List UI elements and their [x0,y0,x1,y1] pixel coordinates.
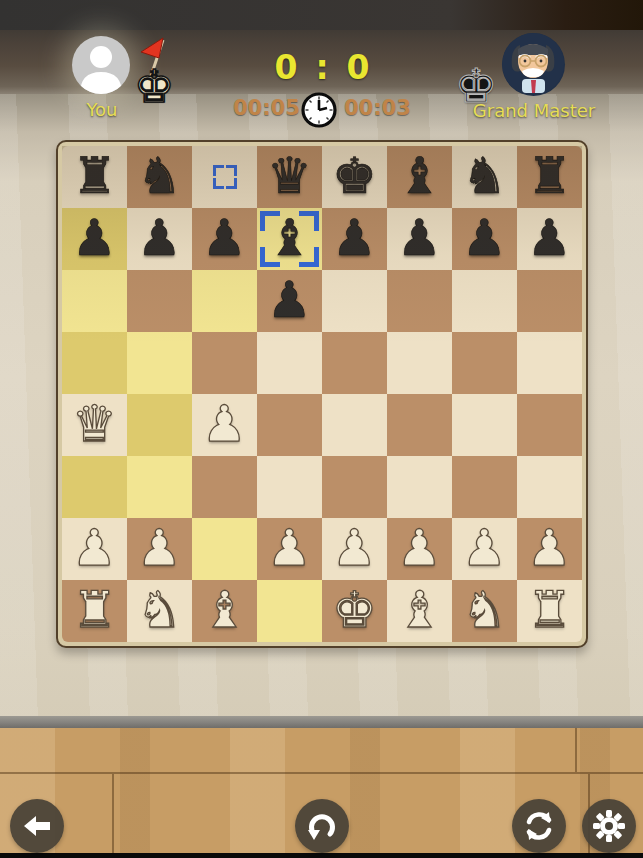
bracket-corner [226,178,237,189]
square-d7[interactable]: ♝ [257,208,322,270]
square-b3[interactable] [127,456,192,518]
score-black: 0 [347,48,370,87]
square-d5[interactable] [257,332,322,394]
back-button[interactable] [10,799,64,853]
black-pawn[interactable]: ♟ [387,208,452,270]
square-b4[interactable] [127,394,192,456]
analog-clock-icon [301,92,337,132]
black-pawn[interactable]: ♟ [517,208,582,270]
square-e5[interactable] [322,332,387,394]
gear-icon [592,809,626,843]
undo-button[interactable] [295,799,349,853]
square-e7[interactable]: ♟ [322,208,387,270]
black-pawn[interactable]: ♟ [452,208,517,270]
floor-plank-seam [0,772,643,774]
square-e6[interactable] [322,270,387,332]
square-d8[interactable]: ♛ [257,146,322,208]
undo-icon [306,810,338,842]
square-g4[interactable] [452,394,517,456]
square-f2[interactable]: ♟ [387,518,452,580]
black-pawn[interactable]: ♟ [127,208,192,270]
square-c5[interactable] [192,332,257,394]
white-king[interactable]: ♚ [322,580,387,642]
white-pawn[interactable]: ♟ [127,518,192,580]
square-e8[interactable]: ♚ [322,146,387,208]
bracket-corner [213,165,224,176]
old-man-cartoon-icon [502,33,565,96]
player-name-black: Grand Master [446,100,622,121]
square-f7[interactable]: ♟ [387,208,452,270]
square-h7[interactable]: ♟ [517,208,582,270]
bracket-corner [226,165,237,176]
white-pawn[interactable]: ♟ [322,518,387,580]
square-h5[interactable] [517,332,582,394]
square-e4[interactable] [322,394,387,456]
square-e2[interactable]: ♟ [322,518,387,580]
score-display: 0:0 [238,48,406,87]
square-h8[interactable]: ♜ [517,146,582,208]
avatar-grand-master [502,33,565,96]
square-a8[interactable]: ♜ [62,146,127,208]
clock-black: 00:03 [344,96,410,120]
white-pawn[interactable]: ♟ [452,518,517,580]
square-d1[interactable] [257,580,322,642]
square-a4[interactable]: ♛ [62,394,127,456]
black-rook[interactable]: ♜ [517,146,582,208]
white-bishop[interactable]: ♝ [387,580,452,642]
square-h3[interactable] [517,456,582,518]
black-bishop[interactable]: ♝ [387,146,452,208]
floor-plank-seam [112,774,114,855]
score-separator: : [315,48,328,87]
square-h2[interactable]: ♟ [517,518,582,580]
square-g5[interactable] [452,332,517,394]
square-c8[interactable] [192,146,257,208]
square-c6[interactable] [192,270,257,332]
square-g8[interactable]: ♞ [452,146,517,208]
square-c3[interactable] [192,456,257,518]
white-rook[interactable]: ♜ [517,580,582,642]
white-pawn[interactable]: ♟ [517,518,582,580]
square-d6[interactable]: ♟ [257,270,322,332]
square-d3[interactable] [257,456,322,518]
square-b5[interactable] [127,332,192,394]
square-a3[interactable] [62,456,127,518]
square-f5[interactable] [387,332,452,394]
square-b7[interactable]: ♟ [127,208,192,270]
black-knight[interactable]: ♞ [452,146,517,208]
chess-app-screen: ♚ You 0:0 00:05 00:03 ♚ [0,0,643,858]
square-d4[interactable] [257,394,322,456]
rotate-icon [523,810,555,842]
chess-board: ♜♞♛♚♝♞♜♟♟♟♝♟♟♟♟♟♛♟♟♟♟♟♟♟♟♜♞♝♚♝♞♜ [56,140,588,648]
square-g2[interactable]: ♟ [452,518,517,580]
square-g7[interactable]: ♟ [452,208,517,270]
white-bishop[interactable]: ♝ [192,580,257,642]
black-knight[interactable]: ♞ [127,146,192,208]
square-a5[interactable] [62,332,127,394]
move-from-marker [213,165,237,189]
square-g1[interactable]: ♞ [452,580,517,642]
white-knight[interactable]: ♞ [127,580,192,642]
square-f6[interactable] [387,270,452,332]
black-pawn[interactable]: ♟ [62,208,127,270]
bottom-black-bar [0,853,643,858]
square-e3[interactable] [322,456,387,518]
background-wall-top [0,0,643,30]
white-queen[interactable]: ♛ [62,394,127,456]
score-white: 0 [274,48,297,87]
black-pawn[interactable]: ♟ [192,208,257,270]
square-a2[interactable]: ♟ [62,518,127,580]
black-pawn[interactable]: ♟ [257,270,322,332]
square-g6[interactable] [452,270,517,332]
square-f3[interactable] [387,456,452,518]
white-pawn[interactable]: ♟ [387,518,452,580]
square-f1[interactable]: ♝ [387,580,452,642]
table-edge [0,716,643,728]
black-queen[interactable]: ♛ [257,146,322,208]
person-silhouette-icon [72,36,130,94]
square-c7[interactable]: ♟ [192,208,257,270]
floor-plank-seam [575,728,577,772]
square-a7[interactable]: ♟ [62,208,127,270]
square-h4[interactable] [517,394,582,456]
square-a1[interactable]: ♜ [62,580,127,642]
square-c1[interactable]: ♝ [192,580,257,642]
clock-white: 00:05 [233,96,299,120]
square-b6[interactable] [127,270,192,332]
square-c2[interactable] [192,518,257,580]
square-f4[interactable] [387,394,452,456]
black-bishop[interactable]: ♝ [257,208,322,270]
rotate-board-button[interactable] [512,799,566,853]
back-arrow-icon [22,811,52,841]
white-pawn[interactable]: ♟ [192,394,257,456]
white-rook[interactable]: ♜ [62,580,127,642]
square-a6[interactable] [62,270,127,332]
board-squares: ♜♞♛♚♝♞♜♟♟♟♝♟♟♟♟♟♛♟♟♟♟♟♟♟♟♜♞♝♚♝♞♜ [62,146,582,642]
bracket-corner [213,178,224,189]
square-e1[interactable]: ♚ [322,580,387,642]
white-pawn[interactable]: ♟ [257,518,322,580]
square-c4[interactable]: ♟ [192,394,257,456]
white-pawn[interactable]: ♟ [62,518,127,580]
square-h1[interactable]: ♜ [517,580,582,642]
player-name-white: You [58,99,146,120]
square-h6[interactable] [517,270,582,332]
square-b1[interactable]: ♞ [127,580,192,642]
white-knight[interactable]: ♞ [452,580,517,642]
black-pawn[interactable]: ♟ [322,208,387,270]
square-f8[interactable]: ♝ [387,146,452,208]
square-g3[interactable] [452,456,517,518]
square-b8[interactable]: ♞ [127,146,192,208]
settings-button[interactable] [582,799,636,853]
square-d2[interactable]: ♟ [257,518,322,580]
black-king[interactable]: ♚ [322,146,387,208]
avatar [72,36,130,94]
black-rook[interactable]: ♜ [62,146,127,208]
square-b2[interactable]: ♟ [127,518,192,580]
